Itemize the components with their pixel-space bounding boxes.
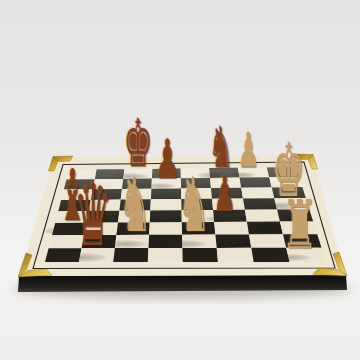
- board-sheen: [45, 167, 326, 262]
- board-side-edge: [18, 275, 347, 292]
- chess-board: [0, 0, 360, 360]
- chess-photo-scene: ♚♞♟♟♚♟♝♞♞♛♜: [0, 0, 360, 360]
